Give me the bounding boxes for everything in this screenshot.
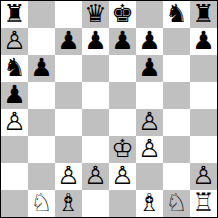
square-a3[interactable] bbox=[1, 136, 28, 163]
black-queen-icon: ♛ bbox=[84, 1, 106, 27]
square-a1[interactable] bbox=[1, 190, 28, 217]
square-b4[interactable] bbox=[28, 109, 55, 136]
black-king-icon: ♚ bbox=[111, 1, 133, 27]
square-c2[interactable]: ♙ bbox=[55, 163, 82, 190]
square-a4[interactable]: ♙ bbox=[1, 109, 28, 136]
square-h1[interactable]: ♖ bbox=[190, 190, 217, 217]
white-bishop-icon: ♗ bbox=[138, 190, 160, 216]
square-g3[interactable] bbox=[163, 136, 190, 163]
white-pawn-icon: ♙ bbox=[138, 109, 160, 135]
black-knight-icon: ♞ bbox=[165, 1, 187, 27]
square-e8[interactable]: ♚ bbox=[109, 1, 136, 28]
square-a5[interactable]: ♟ bbox=[1, 82, 28, 109]
white-king-icon: ♔ bbox=[111, 136, 133, 162]
square-g1[interactable]: ♘ bbox=[163, 190, 190, 217]
square-h2[interactable]: ♙ bbox=[190, 163, 217, 190]
square-d7[interactable]: ♟ bbox=[82, 28, 109, 55]
white-knight-icon: ♘ bbox=[30, 190, 52, 216]
square-b5[interactable] bbox=[28, 82, 55, 109]
black-rook-icon: ♜ bbox=[3, 1, 25, 27]
square-d8[interactable]: ♛ bbox=[82, 1, 109, 28]
white-pawn-icon: ♙ bbox=[192, 163, 214, 189]
square-d1[interactable] bbox=[82, 190, 109, 217]
square-e7[interactable]: ♟ bbox=[109, 28, 136, 55]
square-d4[interactable] bbox=[82, 109, 109, 136]
white-pawn-icon: ♙ bbox=[3, 109, 25, 135]
square-f1[interactable]: ♗ bbox=[136, 190, 163, 217]
square-e1[interactable] bbox=[109, 190, 136, 217]
square-f6[interactable]: ♟ bbox=[136, 55, 163, 82]
square-a2[interactable] bbox=[1, 163, 28, 190]
square-h5[interactable] bbox=[190, 82, 217, 109]
white-rook-icon: ♖ bbox=[192, 190, 214, 216]
square-e2[interactable]: ♙ bbox=[109, 163, 136, 190]
square-b2[interactable] bbox=[28, 163, 55, 190]
square-g2[interactable] bbox=[163, 163, 190, 190]
square-a6[interactable]: ♞ bbox=[1, 55, 28, 82]
black-pawn-icon: ♟ bbox=[84, 28, 106, 54]
square-c6[interactable] bbox=[55, 55, 82, 82]
square-h7[interactable]: ♟ bbox=[190, 28, 217, 55]
square-d2[interactable]: ♙ bbox=[82, 163, 109, 190]
white-knight-icon: ♘ bbox=[165, 190, 187, 216]
square-b3[interactable] bbox=[28, 136, 55, 163]
square-d3[interactable] bbox=[82, 136, 109, 163]
white-bishop-icon: ♗ bbox=[57, 190, 79, 216]
square-h4[interactable] bbox=[190, 109, 217, 136]
square-c3[interactable] bbox=[55, 136, 82, 163]
square-b7[interactable] bbox=[28, 28, 55, 55]
square-h8[interactable]: ♜ bbox=[190, 1, 217, 28]
black-knight-icon: ♞ bbox=[3, 55, 25, 81]
square-e3[interactable]: ♔ bbox=[109, 136, 136, 163]
black-pawn-icon: ♟ bbox=[138, 55, 160, 81]
square-f5[interactable] bbox=[136, 82, 163, 109]
white-pawn-icon: ♙ bbox=[84, 163, 106, 189]
square-g6[interactable] bbox=[163, 55, 190, 82]
square-g8[interactable]: ♞ bbox=[163, 1, 190, 28]
square-c4[interactable] bbox=[55, 109, 82, 136]
square-b1[interactable]: ♘ bbox=[28, 190, 55, 217]
square-h6[interactable] bbox=[190, 55, 217, 82]
white-pawn-icon: ♙ bbox=[111, 163, 133, 189]
white-pawn-icon: ♙ bbox=[3, 28, 25, 54]
square-a8[interactable]: ♜ bbox=[1, 1, 28, 28]
square-f4[interactable]: ♙ bbox=[136, 109, 163, 136]
chess-board: ♜♛♚♞♜♙♟♟♟♟♟♞♟♟♟♙♙♔♙♙♙♙♙♘♗♗♘♖ bbox=[0, 0, 218, 218]
square-g5[interactable] bbox=[163, 82, 190, 109]
square-g7[interactable] bbox=[163, 28, 190, 55]
square-b8[interactable] bbox=[28, 1, 55, 28]
white-pawn-icon: ♙ bbox=[138, 136, 160, 162]
black-pawn-icon: ♟ bbox=[30, 55, 52, 81]
square-f8[interactable] bbox=[136, 1, 163, 28]
square-h3[interactable] bbox=[190, 136, 217, 163]
black-pawn-icon: ♟ bbox=[111, 28, 133, 54]
square-f3[interactable]: ♙ bbox=[136, 136, 163, 163]
square-e5[interactable] bbox=[109, 82, 136, 109]
square-a7[interactable]: ♙ bbox=[1, 28, 28, 55]
black-pawn-icon: ♟ bbox=[138, 28, 160, 54]
square-b6[interactable]: ♟ bbox=[28, 55, 55, 82]
square-c8[interactable] bbox=[55, 1, 82, 28]
square-f7[interactable]: ♟ bbox=[136, 28, 163, 55]
square-d5[interactable] bbox=[82, 82, 109, 109]
white-pawn-icon: ♙ bbox=[57, 163, 79, 189]
black-rook-icon: ♜ bbox=[192, 1, 214, 27]
black-pawn-icon: ♟ bbox=[3, 82, 25, 108]
black-pawn-icon: ♟ bbox=[192, 28, 214, 54]
square-d6[interactable] bbox=[82, 55, 109, 82]
square-c7[interactable]: ♟ bbox=[55, 28, 82, 55]
square-e4[interactable] bbox=[109, 109, 136, 136]
square-c5[interactable] bbox=[55, 82, 82, 109]
black-pawn-icon: ♟ bbox=[57, 28, 79, 54]
square-f2[interactable] bbox=[136, 163, 163, 190]
square-c1[interactable]: ♗ bbox=[55, 190, 82, 217]
square-g4[interactable] bbox=[163, 109, 190, 136]
square-e6[interactable] bbox=[109, 55, 136, 82]
chess-diagram: ♜♛♚♞♜♙♟♟♟♟♟♞♟♟♟♙♙♔♙♙♙♙♙♘♗♗♘♖ bbox=[0, 0, 218, 218]
